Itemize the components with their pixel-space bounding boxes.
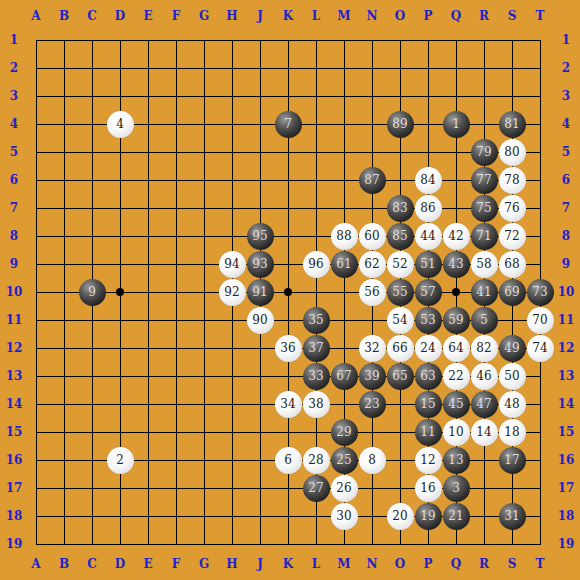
row-label-right-15: 15 [554, 425, 578, 439]
col-label-top-N: N [360, 9, 384, 23]
stone-white-46-R13[interactable]: 46 [471, 363, 498, 390]
col-label-bottom-B: B [52, 557, 76, 571]
stone-black-67-M13[interactable]: 67 [331, 363, 358, 390]
col-label-top-H: H [220, 9, 244, 23]
stone-white-32-N12[interactable]: 32 [359, 335, 386, 362]
stone-white-88-M8[interactable]: 88 [331, 223, 358, 250]
row-label-right-18: 18 [554, 509, 578, 523]
stone-white-26-M17[interactable]: 26 [331, 475, 358, 502]
row-label-left-1: 1 [2, 33, 26, 47]
col-label-bottom-E: E [136, 557, 160, 571]
col-label-top-R: R [472, 9, 496, 23]
row-label-left-19: 19 [2, 537, 26, 551]
col-label-top-S: S [500, 9, 524, 23]
stone-white-94-H9[interactable]: 94 [219, 251, 246, 278]
stone-black-43-Q9[interactable]: 43 [443, 251, 470, 278]
stone-black-93-J9[interactable]: 93 [247, 251, 274, 278]
row-label-right-9: 9 [554, 257, 578, 271]
stone-white-44-P8[interactable]: 44 [415, 223, 442, 250]
stone-white-66-O12[interactable]: 66 [387, 335, 414, 362]
stone-white-92-H10[interactable]: 92 [219, 279, 246, 306]
stone-black-81-S4[interactable]: 81 [499, 111, 526, 138]
stone-black-13-Q16[interactable]: 13 [443, 447, 470, 474]
stone-black-63-P13[interactable]: 63 [415, 363, 442, 390]
stone-black-49-S12[interactable]: 49 [499, 335, 526, 362]
stone-white-78-S6[interactable]: 78 [499, 167, 526, 194]
stone-black-37-L12[interactable]: 37 [303, 335, 330, 362]
row-label-right-6: 6 [554, 173, 578, 187]
stone-black-31-S18[interactable]: 31 [499, 503, 526, 530]
col-label-bottom-R: R [472, 557, 496, 571]
row-label-left-4: 4 [2, 117, 26, 131]
col-label-bottom-J: J [248, 557, 272, 571]
stone-black-73-T10[interactable]: 73 [527, 279, 554, 306]
stone-black-19-P18[interactable]: 19 [415, 503, 442, 530]
star-point-Q10 [452, 288, 460, 296]
stone-black-75-R7[interactable]: 75 [471, 195, 498, 222]
stone-black-23-N14[interactable]: 23 [359, 391, 386, 418]
stone-black-51-P9[interactable]: 51 [415, 251, 442, 278]
stone-black-27-L17[interactable]: 27 [303, 475, 330, 502]
stone-white-54-O11[interactable]: 54 [387, 307, 414, 334]
stone-black-47-R14[interactable]: 47 [471, 391, 498, 418]
stone-white-68-S9[interactable]: 68 [499, 251, 526, 278]
row-label-left-10: 10 [2, 285, 26, 299]
stone-black-57-P10[interactable]: 57 [415, 279, 442, 306]
stone-white-62-N9[interactable]: 62 [359, 251, 386, 278]
row-label-left-13: 13 [2, 369, 26, 383]
col-label-bottom-O: O [388, 557, 412, 571]
col-label-top-B: B [52, 9, 76, 23]
col-label-top-O: O [388, 9, 412, 23]
row-label-right-12: 12 [554, 341, 578, 355]
stone-white-82-R12[interactable]: 82 [471, 335, 498, 362]
stone-black-11-P15[interactable]: 11 [415, 419, 442, 446]
row-label-left-17: 17 [2, 481, 26, 495]
row-label-left-12: 12 [2, 341, 26, 355]
stone-white-20-O18[interactable]: 20 [387, 503, 414, 530]
stone-black-83-O7[interactable]: 83 [387, 195, 414, 222]
col-label-bottom-A: A [24, 557, 48, 571]
row-label-right-5: 5 [554, 145, 578, 159]
stone-white-74-T12[interactable]: 74 [527, 335, 554, 362]
col-label-bottom-P: P [416, 557, 440, 571]
stone-white-18-S15[interactable]: 18 [499, 419, 526, 446]
row-label-right-4: 4 [554, 117, 578, 131]
row-label-right-1: 1 [554, 33, 578, 47]
stone-white-12-P16[interactable]: 12 [415, 447, 442, 474]
row-label-right-2: 2 [554, 61, 578, 75]
col-label-bottom-M: M [332, 557, 356, 571]
col-label-bottom-H: H [220, 557, 244, 571]
stone-black-1-Q4[interactable]: 1 [443, 111, 470, 138]
stone-white-80-S5[interactable]: 80 [499, 139, 526, 166]
stone-white-10-Q15[interactable]: 10 [443, 419, 470, 446]
row-label-right-17: 17 [554, 481, 578, 495]
stone-black-85-O8[interactable]: 85 [387, 223, 414, 250]
stone-white-38-L14[interactable]: 38 [303, 391, 330, 418]
stone-black-7-K4[interactable]: 7 [275, 111, 302, 138]
stone-white-30-M18[interactable]: 30 [331, 503, 358, 530]
stone-black-53-P11[interactable]: 53 [415, 307, 442, 334]
stone-black-9-C10[interactable]: 9 [79, 279, 106, 306]
col-label-bottom-C: C [80, 557, 104, 571]
go-board-canvas: AABBCCDDEEFFGGHHJJKKLLMMNNOOPPQQRRSSTT11… [0, 0, 580, 580]
row-label-right-11: 11 [554, 313, 578, 327]
col-label-bottom-D: D [108, 557, 132, 571]
stone-white-24-P12[interactable]: 24 [415, 335, 442, 362]
stone-black-17-S16[interactable]: 17 [499, 447, 526, 474]
stone-black-61-M9[interactable]: 61 [331, 251, 358, 278]
stone-white-90-J11[interactable]: 90 [247, 307, 274, 334]
stone-black-29-M15[interactable]: 29 [331, 419, 358, 446]
stone-white-64-Q12[interactable]: 64 [443, 335, 470, 362]
stone-white-14-R15[interactable]: 14 [471, 419, 498, 446]
stone-black-39-N13[interactable]: 39 [359, 363, 386, 390]
row-label-left-15: 15 [2, 425, 26, 439]
col-label-top-L: L [304, 9, 328, 23]
stone-black-87-N6[interactable]: 87 [359, 167, 386, 194]
stone-white-52-O9[interactable]: 52 [387, 251, 414, 278]
row-label-right-8: 8 [554, 229, 578, 243]
col-label-bottom-Q: Q [444, 557, 468, 571]
row-label-left-3: 3 [2, 89, 26, 103]
col-label-top-F: F [164, 9, 188, 23]
col-label-top-D: D [108, 9, 132, 23]
stone-black-69-S10[interactable]: 69 [499, 279, 526, 306]
stone-white-28-L16[interactable]: 28 [303, 447, 330, 474]
stone-black-79-R5[interactable]: 79 [471, 139, 498, 166]
stone-black-55-O10[interactable]: 55 [387, 279, 414, 306]
stone-black-91-J10[interactable]: 91 [247, 279, 274, 306]
stone-black-65-O13[interactable]: 65 [387, 363, 414, 390]
col-label-top-Q: Q [444, 9, 468, 23]
col-label-top-E: E [136, 9, 160, 23]
stone-white-72-S8[interactable]: 72 [499, 223, 526, 250]
row-label-right-14: 14 [554, 397, 578, 411]
row-label-left-14: 14 [2, 397, 26, 411]
stone-black-89-O4[interactable]: 89 [387, 111, 414, 138]
stone-black-25-M16[interactable]: 25 [331, 447, 358, 474]
row-label-left-5: 5 [2, 145, 26, 159]
star-point-K10 [284, 288, 292, 296]
row-label-left-7: 7 [2, 201, 26, 215]
stone-black-45-Q14[interactable]: 45 [443, 391, 470, 418]
stone-white-56-N10[interactable]: 56 [359, 279, 386, 306]
stone-black-41-R10[interactable]: 41 [471, 279, 498, 306]
row-label-left-18: 18 [2, 509, 26, 523]
row-label-left-8: 8 [2, 229, 26, 243]
col-label-bottom-K: K [276, 557, 300, 571]
stone-white-48-S14[interactable]: 48 [499, 391, 526, 418]
row-label-left-9: 9 [2, 257, 26, 271]
stone-white-76-S7[interactable]: 76 [499, 195, 526, 222]
col-label-top-A: A [24, 9, 48, 23]
row-label-right-3: 3 [554, 89, 578, 103]
stone-black-59-Q11[interactable]: 59 [443, 307, 470, 334]
stone-black-95-J8[interactable]: 95 [247, 223, 274, 250]
stone-white-84-P6[interactable]: 84 [415, 167, 442, 194]
col-label-top-C: C [80, 9, 104, 23]
stone-white-2-D16[interactable]: 2 [107, 447, 134, 474]
stone-black-77-R6[interactable]: 77 [471, 167, 498, 194]
stone-white-42-Q8[interactable]: 42 [443, 223, 470, 250]
stone-white-60-N8[interactable]: 60 [359, 223, 386, 250]
stone-black-71-R8[interactable]: 71 [471, 223, 498, 250]
stone-white-86-P7[interactable]: 86 [415, 195, 442, 222]
stone-white-70-T11[interactable]: 70 [527, 307, 554, 334]
col-label-bottom-T: T [528, 557, 552, 571]
stone-black-5-R11[interactable]: 5 [471, 307, 498, 334]
row-label-right-10: 10 [554, 285, 578, 299]
row-label-left-11: 11 [2, 313, 26, 327]
col-label-top-T: T [528, 9, 552, 23]
col-label-top-J: J [248, 9, 272, 23]
stone-black-35-L11[interactable]: 35 [303, 307, 330, 334]
row-label-right-16: 16 [554, 453, 578, 467]
col-label-bottom-N: N [360, 557, 384, 571]
row-label-left-16: 16 [2, 453, 26, 467]
stone-white-4-D4[interactable]: 4 [107, 111, 134, 138]
col-label-bottom-G: G [192, 557, 216, 571]
stone-white-58-R9[interactable]: 58 [471, 251, 498, 278]
col-label-bottom-F: F [164, 557, 188, 571]
col-label-top-M: M [332, 9, 356, 23]
stone-white-16-P17[interactable]: 16 [415, 475, 442, 502]
stone-white-22-Q13[interactable]: 22 [443, 363, 470, 390]
col-label-top-P: P [416, 9, 440, 23]
row-label-right-13: 13 [554, 369, 578, 383]
stone-black-21-Q18[interactable]: 21 [443, 503, 470, 530]
row-label-left-6: 6 [2, 173, 26, 187]
col-label-bottom-L: L [304, 557, 328, 571]
row-label-right-7: 7 [554, 201, 578, 215]
stone-white-6-K16[interactable]: 6 [275, 447, 302, 474]
col-label-top-G: G [192, 9, 216, 23]
col-label-top-K: K [276, 9, 300, 23]
stone-white-96-L9[interactable]: 96 [303, 251, 330, 278]
stone-black-33-L13[interactable]: 33 [303, 363, 330, 390]
stone-black-15-P14[interactable]: 15 [415, 391, 442, 418]
stone-white-50-S13[interactable]: 50 [499, 363, 526, 390]
stone-white-34-K14[interactable]: 34 [275, 391, 302, 418]
stone-white-36-K12[interactable]: 36 [275, 335, 302, 362]
stone-white-8-N16[interactable]: 8 [359, 447, 386, 474]
row-label-left-2: 2 [2, 61, 26, 75]
star-point-D10 [116, 288, 124, 296]
col-label-bottom-S: S [500, 557, 524, 571]
stone-black-3-Q17[interactable]: 3 [443, 475, 470, 502]
row-label-right-19: 19 [554, 537, 578, 551]
